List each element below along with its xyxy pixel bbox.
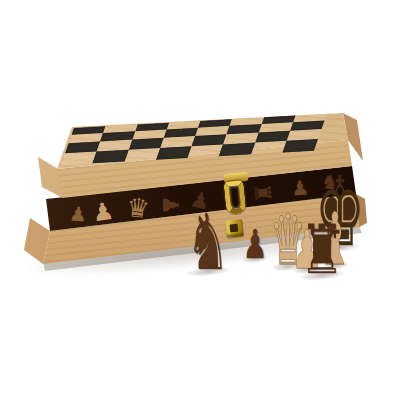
brass-clasp-slot bbox=[230, 224, 239, 233]
stored-piece: ♛ bbox=[125, 194, 151, 222]
board-square bbox=[93, 150, 129, 163]
board-square bbox=[219, 143, 255, 156]
board-square bbox=[187, 145, 223, 158]
product-photo-chess-box: ♟♟♛♟♟♜♟♞ ♚♝♞♟♛♟♜ bbox=[0, 0, 400, 400]
board-square bbox=[124, 148, 160, 161]
stored-piece: ♟ bbox=[91, 199, 116, 226]
board-square bbox=[61, 152, 97, 165]
board-square bbox=[156, 146, 192, 159]
stored-piece: ♟ bbox=[68, 203, 88, 224]
board-square bbox=[282, 139, 318, 152]
piece-dark-pawn: ♟ bbox=[242, 224, 267, 264]
stored-piece: ♟ bbox=[290, 177, 310, 198]
piece-dark-rook: ♜ bbox=[300, 216, 344, 284]
piece-dark-knight: ♞ bbox=[186, 203, 229, 281]
stored-piece: ♟ bbox=[159, 195, 181, 215]
board-square bbox=[251, 141, 287, 154]
